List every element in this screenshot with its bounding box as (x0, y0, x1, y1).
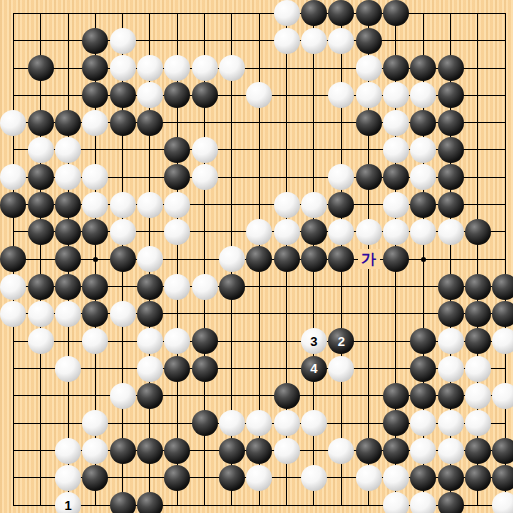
stone-white-r0-c10[interactable] (274, 0, 300, 26)
stone-white-r17-c9[interactable] (246, 465, 272, 491)
stone-black-r4-c2[interactable] (55, 110, 81, 136)
stone-black-r8-c1[interactable] (28, 219, 54, 245)
stone-white-r11-c2[interactable] (55, 301, 81, 327)
stone-black-r17-c8[interactable] (219, 465, 245, 491)
stone-white-r13-c12[interactable] (328, 356, 354, 382)
stone-black-r12-c12[interactable]: 2 (328, 328, 354, 354)
stone-black-r0-c14[interactable] (383, 0, 409, 26)
stone-black-r16-c5[interactable] (137, 438, 163, 464)
stone-white-r13-c5[interactable] (137, 356, 163, 382)
stone-white-r4-c3[interactable] (82, 110, 108, 136)
stone-black-r2-c14[interactable] (383, 55, 409, 81)
stone-white-r2-c6[interactable] (164, 55, 190, 81)
stone-black-r0-c13[interactable] (356, 0, 382, 26)
stone-white-r15-c15[interactable] (410, 410, 436, 436)
stone-black-r8-c3[interactable] (82, 219, 108, 245)
stone-black-r16-c6[interactable] (164, 438, 190, 464)
stone-white-r8-c13[interactable] (356, 219, 382, 245)
stone-white-r16-c16[interactable] (438, 438, 464, 464)
stone-black-r10-c17[interactable] (465, 274, 491, 300)
stone-black-r3-c16[interactable] (438, 82, 464, 108)
stone-black-r16-c4[interactable] (110, 438, 136, 464)
stone-white-r1-c10[interactable] (274, 28, 300, 54)
stone-black-r16-c13[interactable] (356, 438, 382, 464)
stone-black-r3-c4[interactable] (110, 82, 136, 108)
stone-white-r12-c18[interactable] (492, 328, 513, 354)
stone-black-r5-c16[interactable] (438, 137, 464, 163)
stone-black-r15-c7[interactable] (192, 410, 218, 436)
stone-black-r7-c12[interactable] (328, 192, 354, 218)
stone-white-r6-c15[interactable] (410, 164, 436, 190)
stone-white-r17-c2[interactable] (55, 465, 81, 491)
stone-white-r7-c10[interactable] (274, 192, 300, 218)
stone-black-r17-c16[interactable] (438, 465, 464, 491)
stone-white-r5-c2[interactable] (55, 137, 81, 163)
stone-black-r2-c16[interactable] (438, 55, 464, 81)
stone-black-r9-c2[interactable] (55, 246, 81, 272)
stone-white-r2-c4[interactable] (110, 55, 136, 81)
stone-white-r2-c7[interactable] (192, 55, 218, 81)
stone-black-r10-c5[interactable] (137, 274, 163, 300)
stone-white-r7-c4[interactable] (110, 192, 136, 218)
stone-white-r11-c1[interactable] (28, 301, 54, 327)
stone-white-r12-c11[interactable]: 3 (301, 328, 327, 354)
stone-black-r10-c3[interactable] (82, 274, 108, 300)
stone-white-r13-c17[interactable] (465, 356, 491, 382)
stone-black-r6-c16[interactable] (438, 164, 464, 190)
stone-white-r3-c15[interactable] (410, 82, 436, 108)
stone-white-r14-c18[interactable] (492, 383, 513, 409)
stone-white-r15-c11[interactable] (301, 410, 327, 436)
stone-white-r3-c13[interactable] (356, 82, 382, 108)
stone-white-r7-c14[interactable] (383, 192, 409, 218)
stone-black-r18-c4[interactable] (110, 492, 136, 513)
stone-black-r16-c9[interactable] (246, 438, 272, 464)
star-point (421, 257, 426, 262)
stone-white-r6-c2[interactable] (55, 164, 81, 190)
stone-black-r13-c7[interactable] (192, 356, 218, 382)
stone-white-r15-c10[interactable] (274, 410, 300, 436)
stone-black-r16-c14[interactable] (383, 438, 409, 464)
stone-white-r12-c6[interactable] (164, 328, 190, 354)
stone-black-r7-c15[interactable] (410, 192, 436, 218)
stone-black-r4-c1[interactable] (28, 110, 54, 136)
stone-white-r2-c5[interactable] (137, 55, 163, 81)
stone-white-r3-c14[interactable] (383, 82, 409, 108)
stone-white-r13-c2[interactable] (55, 356, 81, 382)
stone-white-r6-c0[interactable] (0, 164, 26, 190)
stone-white-r10-c0[interactable] (0, 274, 26, 300)
stone-black-r13-c6[interactable] (164, 356, 190, 382)
stone-black-r13-c15[interactable] (410, 356, 436, 382)
move-number-label: 3 (310, 335, 317, 348)
stone-black-r14-c14[interactable] (383, 383, 409, 409)
stone-white-r3-c5[interactable] (137, 82, 163, 108)
stone-white-r14-c4[interactable] (110, 383, 136, 409)
stone-black-r8-c17[interactable] (465, 219, 491, 245)
stone-white-r5-c15[interactable] (410, 137, 436, 163)
stone-white-r15-c17[interactable] (465, 410, 491, 436)
stone-white-r2-c13[interactable] (356, 55, 382, 81)
stone-black-r7-c2[interactable] (55, 192, 81, 218)
stone-black-r1-c13[interactable] (356, 28, 382, 54)
stone-black-r8-c2[interactable] (55, 219, 81, 245)
stone-black-r18-c5[interactable] (137, 492, 163, 513)
stone-white-r9-c5[interactable] (137, 246, 163, 272)
stone-black-r11-c18[interactable] (492, 301, 513, 327)
stone-black-r17-c3[interactable] (82, 465, 108, 491)
stone-black-r6-c14[interactable] (383, 164, 409, 190)
stone-black-r18-c16[interactable] (438, 492, 464, 513)
stone-black-r17-c17[interactable] (465, 465, 491, 491)
stone-white-r1-c4[interactable] (110, 28, 136, 54)
stone-white-r5-c14[interactable] (383, 137, 409, 163)
stone-black-r13-c11[interactable]: 4 (301, 356, 327, 382)
stone-white-r11-c0[interactable] (0, 301, 26, 327)
stone-white-r16-c2[interactable] (55, 438, 81, 464)
stone-black-r4-c13[interactable] (356, 110, 382, 136)
stone-black-r2-c1[interactable] (28, 55, 54, 81)
stone-white-r6-c7[interactable] (192, 164, 218, 190)
stone-white-r10-c7[interactable] (192, 274, 218, 300)
stone-black-r10-c16[interactable] (438, 274, 464, 300)
stone-white-r8-c4[interactable] (110, 219, 136, 245)
stone-white-r15-c9[interactable] (246, 410, 272, 436)
stone-white-r6-c3[interactable] (82, 164, 108, 190)
stone-black-r6-c1[interactable] (28, 164, 54, 190)
stone-black-r3-c3[interactable] (82, 82, 108, 108)
stone-white-r9-c8[interactable] (219, 246, 245, 272)
stone-black-r2-c15[interactable] (410, 55, 436, 81)
stone-white-r12-c1[interactable] (28, 328, 54, 354)
stone-black-r17-c15[interactable] (410, 465, 436, 491)
stone-white-r18-c18[interactable] (492, 492, 513, 513)
stone-black-r14-c16[interactable] (438, 383, 464, 409)
stone-white-r8-c10[interactable] (274, 219, 300, 245)
stone-white-r10-c6[interactable] (164, 274, 190, 300)
stone-white-r17-c14[interactable] (383, 465, 409, 491)
stone-white-r17-c13[interactable] (356, 465, 382, 491)
stone-black-r10-c8[interactable] (219, 274, 245, 300)
stone-black-r3-c6[interactable] (164, 82, 190, 108)
stone-white-r6-c12[interactable] (328, 164, 354, 190)
stone-black-r10-c2[interactable] (55, 274, 81, 300)
stone-black-r10-c1[interactable] (28, 274, 54, 300)
stone-black-r7-c16[interactable] (438, 192, 464, 218)
star-point (93, 257, 98, 262)
stone-white-r7-c3[interactable] (82, 192, 108, 218)
stone-black-r14-c15[interactable] (410, 383, 436, 409)
stone-black-r9-c12[interactable] (328, 246, 354, 272)
stone-white-r5-c1[interactable] (28, 137, 54, 163)
stone-black-r9-c11[interactable] (301, 246, 327, 272)
stone-black-r12-c17[interactable] (465, 328, 491, 354)
stone-white-r8-c16[interactable] (438, 219, 464, 245)
stone-white-r12-c3[interactable] (82, 328, 108, 354)
move-number-label: 2 (338, 335, 345, 348)
stone-black-r14-c5[interactable] (137, 383, 163, 409)
stone-white-r11-c4[interactable] (110, 301, 136, 327)
stone-black-r14-c10[interactable] (274, 383, 300, 409)
stone-white-r1-c11[interactable] (301, 28, 327, 54)
stone-black-r12-c15[interactable] (410, 328, 436, 354)
stone-black-r4-c16[interactable] (438, 110, 464, 136)
stone-white-r8-c14[interactable] (383, 219, 409, 245)
stone-black-r5-c6[interactable] (164, 137, 190, 163)
stone-white-r15-c3[interactable] (82, 410, 108, 436)
stone-white-r8-c15[interactable] (410, 219, 436, 245)
stone-white-r8-c9[interactable] (246, 219, 272, 245)
stone-black-r4-c5[interactable] (137, 110, 163, 136)
stone-white-r3-c9[interactable] (246, 82, 272, 108)
stone-black-r6-c13[interactable] (356, 164, 382, 190)
stone-white-r2-c8[interactable] (219, 55, 245, 81)
stone-black-r8-c11[interactable] (301, 219, 327, 245)
stone-black-r4-c15[interactable] (410, 110, 436, 136)
stone-white-r12-c16[interactable] (438, 328, 464, 354)
stone-black-r9-c10[interactable] (274, 246, 300, 272)
stone-black-r9-c9[interactable] (246, 246, 272, 272)
stone-black-r4-c4[interactable] (110, 110, 136, 136)
stone-black-r1-c3[interactable] (82, 28, 108, 54)
point-label-ga[interactable]: 가 (358, 249, 380, 269)
stone-white-r5-c7[interactable] (192, 137, 218, 163)
stone-white-r8-c6[interactable] (164, 219, 190, 245)
stone-black-r16-c17[interactable] (465, 438, 491, 464)
stone-black-r12-c7[interactable] (192, 328, 218, 354)
stone-black-r11-c5[interactable] (137, 301, 163, 327)
stone-black-r3-c7[interactable] (192, 82, 218, 108)
stone-white-r14-c17[interactable] (465, 383, 491, 409)
stone-black-r15-c14[interactable] (383, 410, 409, 436)
stone-black-r7-c1[interactable] (28, 192, 54, 218)
stone-black-r6-c6[interactable] (164, 164, 190, 190)
stone-black-r16-c8[interactable] (219, 438, 245, 464)
stone-black-r16-c18[interactable] (492, 438, 513, 464)
stone-black-r0-c11[interactable] (301, 0, 327, 26)
stone-black-r9-c0[interactable] (0, 246, 26, 272)
stone-white-r13-c16[interactable] (438, 356, 464, 382)
move-number-label: 4 (310, 362, 317, 375)
stone-black-r9-c4[interactable] (110, 246, 136, 272)
stone-white-r18-c14[interactable] (383, 492, 409, 513)
stone-black-r7-c0[interactable] (0, 192, 26, 218)
stone-black-r11-c3[interactable] (82, 301, 108, 327)
stone-white-r18-c2[interactable]: 1 (55, 492, 81, 513)
stone-white-r4-c14[interactable] (383, 110, 409, 136)
stone-white-r15-c16[interactable] (438, 410, 464, 436)
stone-white-r7-c5[interactable] (137, 192, 163, 218)
stone-white-r16-c15[interactable] (410, 438, 436, 464)
stone-black-r11-c16[interactable] (438, 301, 464, 327)
stone-black-r17-c18[interactable] (492, 465, 513, 491)
stone-white-r8-c12[interactable] (328, 219, 354, 245)
stone-white-r18-c15[interactable] (410, 492, 436, 513)
go-board: 3241가 (0, 0, 513, 513)
stone-black-r9-c14[interactable] (383, 246, 409, 272)
stone-black-r0-c12[interactable] (328, 0, 354, 26)
stone-white-r4-c0[interactable] (0, 110, 26, 136)
stone-white-r16-c3[interactable] (82, 438, 108, 464)
stone-black-r11-c17[interactable] (465, 301, 491, 327)
stone-white-r16-c12[interactable] (328, 438, 354, 464)
stone-black-r10-c18[interactable] (492, 274, 513, 300)
stone-white-r3-c12[interactable] (328, 82, 354, 108)
move-number-label: 1 (64, 499, 71, 512)
stone-white-r17-c11[interactable] (301, 465, 327, 491)
stone-black-r2-c3[interactable] (82, 55, 108, 81)
stone-white-r7-c6[interactable] (164, 192, 190, 218)
stone-white-r12-c5[interactable] (137, 328, 163, 354)
stone-white-r15-c8[interactable] (219, 410, 245, 436)
stone-white-r7-c11[interactable] (301, 192, 327, 218)
stone-black-r17-c6[interactable] (164, 465, 190, 491)
stone-white-r16-c10[interactable] (274, 438, 300, 464)
grid-line-vertical (505, 13, 506, 506)
stone-white-r1-c12[interactable] (328, 28, 354, 54)
